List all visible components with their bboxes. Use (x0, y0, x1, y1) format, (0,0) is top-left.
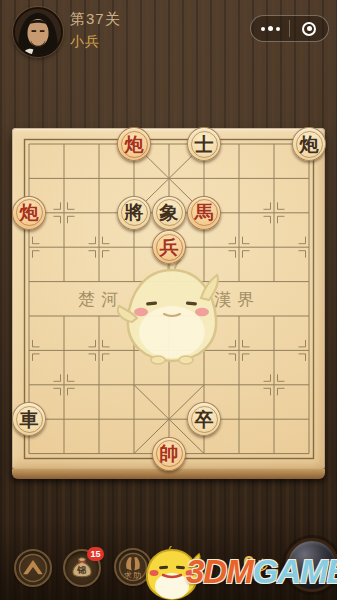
step-count: 0 (243, 552, 255, 573)
hint-count-badge: 15 (87, 547, 104, 561)
more-button[interactable] (251, 16, 289, 41)
piece-glyph: 象 (160, 203, 179, 222)
piece-glyph: 帥 (160, 444, 179, 463)
step-counter: 0 步 (243, 552, 269, 573)
piece-red-帥[interactable]: 帥 (152, 437, 186, 471)
piece-red-兵[interactable]: 兵 (152, 230, 186, 264)
piece-glyph: 士 (195, 135, 214, 154)
dark-sphere-button[interactable] (285, 538, 337, 592)
level-rank: 小兵 (70, 34, 121, 48)
svg-text:锦: 锦 (77, 565, 87, 575)
step-unit: 步 (256, 559, 269, 573)
player-avatar[interactable] (13, 7, 63, 57)
piece-black-炮[interactable]: 炮 (292, 127, 326, 161)
chevron-up-icon (16, 551, 50, 585)
piece-glyph: 炮 (20, 203, 39, 222)
piece-black-車[interactable]: 車 (12, 402, 46, 436)
exit-button[interactable] (290, 16, 328, 41)
level-info: 第37关 小兵 (70, 11, 121, 48)
piece-red-炮[interactable]: 炮 (117, 127, 151, 161)
piece-red-馬[interactable]: 馬 (187, 196, 221, 230)
piece-black-卒[interactable]: 卒 (187, 402, 221, 436)
piece-glyph: 將 (125, 203, 144, 222)
piece-glyph: 車 (20, 410, 39, 429)
piece-black-士[interactable]: 士 (187, 127, 221, 161)
bottom-toolbar: 锦 15 求助 0 步 (0, 540, 337, 600)
piece-glyph: 炮 (125, 135, 144, 154)
pieces-layer: 炮士炮炮將象馬兵車卒帥 (12, 128, 325, 470)
app-screen: 第37关 小兵 (0, 0, 337, 600)
more-dots-icon (261, 26, 280, 31)
miniprogram-capsule (250, 15, 329, 42)
piece-black-象[interactable]: 象 (152, 196, 186, 230)
piece-black-將[interactable]: 將 (117, 196, 151, 230)
piece-glyph: 馬 (195, 203, 214, 222)
piece-glyph: 炮 (300, 135, 319, 154)
level-title: 第37关 (70, 11, 121, 26)
collapse-button[interactable] (14, 549, 52, 587)
hint-bag-button[interactable]: 锦 15 (63, 549, 101, 587)
top-bar: 第37关 小兵 (0, 0, 337, 62)
toolbar-mascot-chick-icon (142, 546, 202, 600)
avatar-portrait (15, 9, 61, 55)
xiangqi-board[interactable]: 楚河 漢界 炮士炮炮將象馬兵車卒帥 (12, 128, 325, 470)
piece-glyph: 卒 (195, 410, 214, 429)
piece-red-炮[interactable]: 炮 (12, 196, 46, 230)
piece-glyph: 兵 (160, 238, 179, 257)
capsule-target-icon (302, 22, 316, 36)
